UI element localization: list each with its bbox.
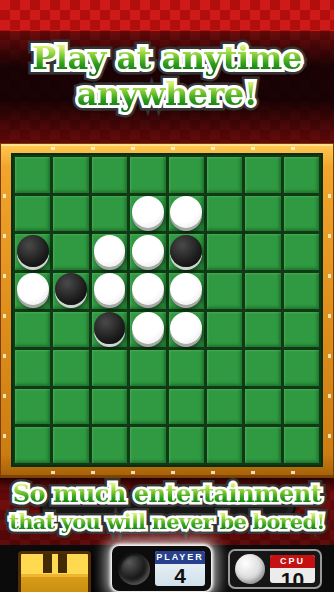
cell-b6[interactable] [53, 350, 88, 386]
cell-c8[interactable] [92, 427, 127, 463]
cell-f4[interactable] [207, 273, 242, 309]
cell-a2[interactable] [15, 196, 50, 232]
cell-e7[interactable] [169, 389, 204, 425]
cell-g8[interactable] [245, 427, 280, 463]
title-line1-text: Play at anytime [0, 39, 334, 77]
cell-h5[interactable] [284, 312, 319, 348]
cpu-score-box: CPU 10 [228, 549, 322, 589]
cell-b8[interactable] [53, 427, 88, 463]
cell-c6[interactable] [92, 350, 127, 386]
frame-nails-left [3, 158, 6, 463]
cell-c5[interactable] [92, 312, 127, 348]
cell-h3[interactable] [284, 234, 319, 270]
cell-g4[interactable] [245, 273, 280, 309]
cell-g1[interactable] [245, 157, 280, 193]
cell-a1[interactable] [15, 157, 50, 193]
board-frame [0, 143, 334, 478]
cell-f8[interactable] [207, 427, 242, 463]
chest-slat-icon [43, 554, 52, 573]
cell-a7[interactable] [15, 389, 50, 425]
cell-d7[interactable] [130, 389, 165, 425]
player-label: PLAYER [155, 551, 205, 564]
black-disc [55, 273, 87, 305]
board-grid [11, 153, 323, 467]
title-line2-text: anywhere! [0, 75, 334, 113]
cell-f1[interactable] [207, 157, 242, 193]
frame-nails-right [328, 158, 331, 463]
cell-g7[interactable] [245, 389, 280, 425]
cell-d6[interactable] [130, 350, 165, 386]
cell-h7[interactable] [284, 389, 319, 425]
white-disc [170, 196, 202, 228]
promo-line2-text: that you will never be bored! [0, 509, 334, 534]
cell-c3[interactable] [92, 234, 127, 270]
promo-line1: So much entertainment So much entertainm… [0, 479, 334, 511]
cell-e2[interactable] [169, 196, 204, 232]
white-disc [132, 312, 164, 344]
cell-h8[interactable] [284, 427, 319, 463]
cell-d3[interactable] [130, 234, 165, 270]
cell-e3[interactable] [169, 234, 204, 270]
game-screen: Play at anytime Play at anytime Play at … [0, 0, 334, 592]
cell-c4[interactable] [92, 273, 127, 309]
black-disc-icon [118, 553, 150, 585]
cell-e5[interactable] [169, 312, 204, 348]
cell-g5[interactable] [245, 312, 280, 348]
chest-slat-icon [58, 554, 67, 573]
cell-h6[interactable] [284, 350, 319, 386]
cell-f7[interactable] [207, 389, 242, 425]
cell-g2[interactable] [245, 196, 280, 232]
cell-g3[interactable] [245, 234, 280, 270]
promo-line2: that you will never be bored! that you w… [0, 509, 334, 541]
cell-b7[interactable] [53, 389, 88, 425]
cpu-score-panel: CPU 10 [270, 555, 315, 583]
cell-e6[interactable] [169, 350, 204, 386]
cell-b2[interactable] [53, 196, 88, 232]
black-disc [17, 235, 49, 267]
black-disc [94, 312, 126, 344]
title-banner: Play at anytime Play at anytime Play at … [0, 31, 334, 143]
cell-f3[interactable] [207, 234, 242, 270]
cell-c1[interactable] [92, 157, 127, 193]
frame-nails-top [15, 147, 319, 150]
white-disc [132, 196, 164, 228]
cpu-score-value: 10 [270, 568, 315, 583]
cell-a8[interactable] [15, 427, 50, 463]
cell-f2[interactable] [207, 196, 242, 232]
cell-h4[interactable] [284, 273, 319, 309]
cell-e4[interactable] [169, 273, 204, 309]
white-disc [170, 273, 202, 305]
cpu-label: CPU [270, 555, 315, 568]
promo-line1-text: So much entertainment [0, 479, 334, 508]
cell-e8[interactable] [169, 427, 204, 463]
cell-d5[interactable] [130, 312, 165, 348]
cell-g6[interactable] [245, 350, 280, 386]
white-disc [132, 273, 164, 305]
player-score-panel: PLAYER 4 [155, 551, 205, 586]
cell-d8[interactable] [130, 427, 165, 463]
status-bar: PLAYER 4 CPU 10 [0, 545, 334, 592]
white-disc-icon [235, 554, 265, 584]
cell-b3[interactable] [53, 234, 88, 270]
cell-d4[interactable] [130, 273, 165, 309]
cell-f6[interactable] [207, 350, 242, 386]
cell-a4[interactable] [15, 273, 50, 309]
cell-b1[interactable] [53, 157, 88, 193]
cell-h1[interactable] [284, 157, 319, 193]
cell-b4[interactable] [53, 273, 88, 309]
player-score-value: 4 [155, 564, 205, 586]
cell-a3[interactable] [15, 234, 50, 270]
white-disc [132, 235, 164, 267]
cell-b5[interactable] [53, 312, 88, 348]
black-disc [170, 235, 202, 267]
cell-a6[interactable] [15, 350, 50, 386]
title-line2: anywhere! anywhere! anywhere! [0, 75, 334, 113]
white-disc [17, 273, 49, 305]
title-line1: Play at anytime Play at anytime Play at … [0, 39, 334, 77]
white-disc [94, 273, 126, 305]
player-score-box: PLAYER 4 [112, 546, 211, 591]
cell-f5[interactable] [207, 312, 242, 348]
cell-e1[interactable] [169, 157, 204, 193]
menu-chest-button[interactable] [18, 551, 91, 592]
white-disc [170, 312, 202, 344]
cell-h2[interactable] [284, 196, 319, 232]
cell-c2[interactable] [92, 196, 127, 232]
cell-d2[interactable] [130, 196, 165, 232]
cell-a5[interactable] [15, 312, 50, 348]
white-disc [94, 235, 126, 267]
cell-c7[interactable] [92, 389, 127, 425]
cell-d1[interactable] [130, 157, 165, 193]
frame-nails-bottom [15, 471, 319, 474]
